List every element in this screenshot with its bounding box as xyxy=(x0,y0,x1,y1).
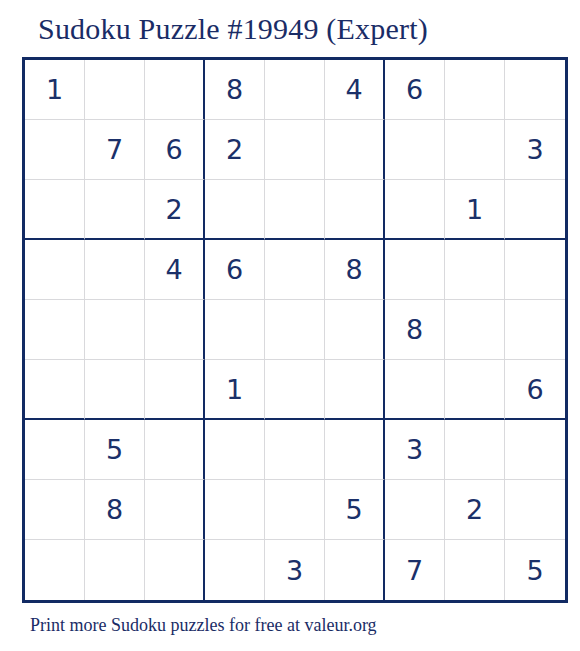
sudoku-cell-r7c2: 5 xyxy=(85,420,145,480)
sudoku-cell-r4c3: 4 xyxy=(145,240,205,300)
sudoku-cell-r9c4 xyxy=(205,540,265,600)
sudoku-cell-r9c8 xyxy=(445,540,505,600)
footer-note: Print more Sudoku puzzles for free at va… xyxy=(30,615,377,636)
sudoku-cell-r9c5: 3 xyxy=(265,540,325,600)
sudoku-cell-r2c8 xyxy=(445,120,505,180)
sudoku-cell-r5c4 xyxy=(205,300,265,360)
sudoku-cell-r5c1 xyxy=(25,300,85,360)
sudoku-cell-r8c2: 8 xyxy=(85,480,145,540)
sudoku-cell-r1c7: 6 xyxy=(385,60,445,120)
sudoku-cell-r3c5 xyxy=(265,180,325,240)
sudoku-cell-r5c8 xyxy=(445,300,505,360)
sudoku-cell-r9c1 xyxy=(25,540,85,600)
sudoku-cell-r6c4: 1 xyxy=(205,360,265,420)
sudoku-cell-r5c7: 8 xyxy=(385,300,445,360)
sudoku-cell-r2c1 xyxy=(25,120,85,180)
sudoku-cell-r2c7 xyxy=(385,120,445,180)
sudoku-cell-r1c9 xyxy=(505,60,565,120)
sudoku-cell-r2c2: 7 xyxy=(85,120,145,180)
sudoku-cell-r7c8 xyxy=(445,420,505,480)
sudoku-cell-r1c8 xyxy=(445,60,505,120)
sudoku-cell-r3c2 xyxy=(85,180,145,240)
sudoku-cell-r9c6 xyxy=(325,540,385,600)
sudoku-cell-r1c5 xyxy=(265,60,325,120)
sudoku-cell-r7c5 xyxy=(265,420,325,480)
sudoku-cell-r3c9 xyxy=(505,180,565,240)
sudoku-cell-r2c9: 3 xyxy=(505,120,565,180)
page: Sudoku Puzzle #19949 (Expert) 1 8 4 6 7 … xyxy=(0,0,580,651)
sudoku-cell-r6c2 xyxy=(85,360,145,420)
sudoku-cell-r2c6 xyxy=(325,120,385,180)
sudoku-cell-r6c5 xyxy=(265,360,325,420)
sudoku-cell-r1c2 xyxy=(85,60,145,120)
sudoku-cell-r8c6: 5 xyxy=(325,480,385,540)
sudoku-cell-r9c3 xyxy=(145,540,205,600)
sudoku-cell-r6c1 xyxy=(25,360,85,420)
sudoku-cell-r8c3 xyxy=(145,480,205,540)
sudoku-cell-r6c3 xyxy=(145,360,205,420)
sudoku-cell-r3c3: 2 xyxy=(145,180,205,240)
sudoku-cell-r8c7 xyxy=(385,480,445,540)
sudoku-cell-r8c9 xyxy=(505,480,565,540)
sudoku-cell-r4c4: 6 xyxy=(205,240,265,300)
sudoku-cell-r9c2 xyxy=(85,540,145,600)
sudoku-cell-r6c8 xyxy=(445,360,505,420)
sudoku-cell-r5c2 xyxy=(85,300,145,360)
sudoku-cell-r3c1 xyxy=(25,180,85,240)
sudoku-cell-r8c5 xyxy=(265,480,325,540)
sudoku-cell-r7c3 xyxy=(145,420,205,480)
sudoku-cell-r4c9 xyxy=(505,240,565,300)
sudoku-cell-r1c4: 8 xyxy=(205,60,265,120)
sudoku-cell-r4c2 xyxy=(85,240,145,300)
sudoku-cell-r8c1 xyxy=(25,480,85,540)
sudoku-cell-r5c9 xyxy=(505,300,565,360)
sudoku-cell-r5c6 xyxy=(325,300,385,360)
sudoku-cell-r7c6 xyxy=(325,420,385,480)
sudoku-cell-r9c9: 5 xyxy=(505,540,565,600)
sudoku-cell-r6c6 xyxy=(325,360,385,420)
sudoku-cell-r2c3: 6 xyxy=(145,120,205,180)
page-title: Sudoku Puzzle #19949 (Expert) xyxy=(38,12,428,46)
sudoku-cell-r4c1 xyxy=(25,240,85,300)
sudoku-cell-r7c4 xyxy=(205,420,265,480)
sudoku-cell-r2c5 xyxy=(265,120,325,180)
sudoku-cell-r2c4: 2 xyxy=(205,120,265,180)
sudoku-cell-r6c9: 6 xyxy=(505,360,565,420)
sudoku-cell-r1c3 xyxy=(145,60,205,120)
sudoku-cell-r6c7 xyxy=(385,360,445,420)
sudoku-cell-r7c9 xyxy=(505,420,565,480)
sudoku-cell-r7c7: 3 xyxy=(385,420,445,480)
sudoku-cell-r5c3 xyxy=(145,300,205,360)
sudoku-cell-r3c6 xyxy=(325,180,385,240)
sudoku-grid: 1 8 4 6 7 6 2 3 2 1 4 6 8 xyxy=(22,57,568,603)
sudoku-cell-r9c7: 7 xyxy=(385,540,445,600)
sudoku-cell-r3c7 xyxy=(385,180,445,240)
sudoku-cell-r8c8: 2 xyxy=(445,480,505,540)
sudoku-cell-r4c8 xyxy=(445,240,505,300)
sudoku-cell-r3c8: 1 xyxy=(445,180,505,240)
sudoku-cell-r4c7 xyxy=(385,240,445,300)
sudoku-cell-r1c6: 4 xyxy=(325,60,385,120)
sudoku-cell-r1c1: 1 xyxy=(25,60,85,120)
sudoku-cell-r3c4 xyxy=(205,180,265,240)
sudoku-cell-r5c5 xyxy=(265,300,325,360)
sudoku-cell-r8c4 xyxy=(205,480,265,540)
sudoku-cell-r4c5 xyxy=(265,240,325,300)
sudoku-cell-r7c1 xyxy=(25,420,85,480)
sudoku-cell-r4c6: 8 xyxy=(325,240,385,300)
